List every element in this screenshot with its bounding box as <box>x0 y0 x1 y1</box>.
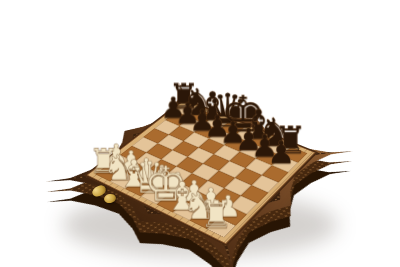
chess-grid: ♜♞♝♛♚♝♞♜♟♟♟♟♟♟♟♟♟♟♟♟♟♟♟♟♜♞♝♛♚♝♞♜ <box>95 104 307 238</box>
brass-latch-knob <box>103 193 117 204</box>
product-photo-scene: ♜♞♝♛♚♝♞♜♟♟♟♟♟♟♟♟♟♟♟♟♟♟♟♟♜♞♝♛♚♝♞♜ <box>0 0 400 267</box>
piece-white-rook[interactable]: ♜ <box>199 196 232 233</box>
piece-black-pawn[interactable]: ♟ <box>267 137 295 168</box>
square-h1[interactable]: ♜ <box>207 217 236 237</box>
brass-latch <box>92 186 118 206</box>
